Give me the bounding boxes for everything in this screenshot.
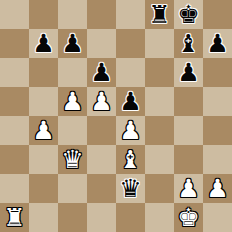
square-b6[interactable] bbox=[29, 58, 58, 87]
square-c4[interactable] bbox=[58, 116, 87, 145]
white-pawn[interactable]: ♟ bbox=[203, 174, 232, 203]
square-a6[interactable] bbox=[0, 58, 29, 87]
white-pawn[interactable]: ♟ bbox=[58, 87, 87, 116]
square-g8[interactable]: ♚ bbox=[174, 0, 203, 29]
square-b1[interactable] bbox=[29, 203, 58, 232]
square-e3[interactable]: ♝ bbox=[116, 145, 145, 174]
square-a3[interactable] bbox=[0, 145, 29, 174]
square-a1[interactable]: ♜ bbox=[0, 203, 29, 232]
square-e6[interactable] bbox=[116, 58, 145, 87]
square-a7[interactable] bbox=[0, 29, 29, 58]
black-queen[interactable]: ♛ bbox=[116, 174, 145, 203]
square-a5[interactable] bbox=[0, 87, 29, 116]
square-d3[interactable] bbox=[87, 145, 116, 174]
black-pawn[interactable]: ♟ bbox=[29, 29, 58, 58]
black-pawn[interactable]: ♟ bbox=[87, 58, 116, 87]
square-f2[interactable] bbox=[145, 174, 174, 203]
chess-board: ♜♚♟♟♝♟♟♟♟♟♟♟♟♛♝♛♟♟♜♚ bbox=[0, 0, 232, 232]
black-pawn[interactable]: ♟ bbox=[116, 87, 145, 116]
white-pawn[interactable]: ♟ bbox=[116, 116, 145, 145]
black-pawn[interactable]: ♟ bbox=[58, 29, 87, 58]
black-king[interactable]: ♚ bbox=[174, 0, 203, 29]
square-a8[interactable] bbox=[0, 0, 29, 29]
square-f5[interactable] bbox=[145, 87, 174, 116]
square-e8[interactable] bbox=[116, 0, 145, 29]
square-f3[interactable] bbox=[145, 145, 174, 174]
square-a4[interactable] bbox=[0, 116, 29, 145]
square-h2[interactable]: ♟ bbox=[203, 174, 232, 203]
square-h5[interactable] bbox=[203, 87, 232, 116]
square-b7[interactable]: ♟ bbox=[29, 29, 58, 58]
square-g1[interactable]: ♚ bbox=[174, 203, 203, 232]
white-queen[interactable]: ♛ bbox=[58, 145, 87, 174]
white-pawn[interactable]: ♟ bbox=[87, 87, 116, 116]
square-h7[interactable]: ♟ bbox=[203, 29, 232, 58]
square-b2[interactable] bbox=[29, 174, 58, 203]
square-e4[interactable]: ♟ bbox=[116, 116, 145, 145]
square-g3[interactable] bbox=[174, 145, 203, 174]
white-rook[interactable]: ♜ bbox=[0, 203, 29, 232]
square-h3[interactable] bbox=[203, 145, 232, 174]
square-b5[interactable] bbox=[29, 87, 58, 116]
square-f1[interactable] bbox=[145, 203, 174, 232]
square-c7[interactable]: ♟ bbox=[58, 29, 87, 58]
black-bishop[interactable]: ♝ bbox=[174, 29, 203, 58]
square-c2[interactable] bbox=[58, 174, 87, 203]
square-b4[interactable]: ♟ bbox=[29, 116, 58, 145]
square-f6[interactable] bbox=[145, 58, 174, 87]
square-d5[interactable]: ♟ bbox=[87, 87, 116, 116]
square-h6[interactable] bbox=[203, 58, 232, 87]
square-g2[interactable]: ♟ bbox=[174, 174, 203, 203]
square-d4[interactable] bbox=[87, 116, 116, 145]
square-d1[interactable] bbox=[87, 203, 116, 232]
square-c3[interactable]: ♛ bbox=[58, 145, 87, 174]
square-g6[interactable]: ♟ bbox=[174, 58, 203, 87]
square-e2[interactable]: ♛ bbox=[116, 174, 145, 203]
square-e7[interactable] bbox=[116, 29, 145, 58]
square-d7[interactable] bbox=[87, 29, 116, 58]
square-d6[interactable]: ♟ bbox=[87, 58, 116, 87]
square-g7[interactable]: ♝ bbox=[174, 29, 203, 58]
black-pawn[interactable]: ♟ bbox=[203, 29, 232, 58]
square-c5[interactable]: ♟ bbox=[58, 87, 87, 116]
black-pawn[interactable]: ♟ bbox=[174, 58, 203, 87]
square-c8[interactable] bbox=[58, 0, 87, 29]
square-h1[interactable] bbox=[203, 203, 232, 232]
square-h4[interactable] bbox=[203, 116, 232, 145]
square-b8[interactable] bbox=[29, 0, 58, 29]
square-a2[interactable] bbox=[0, 174, 29, 203]
black-rook[interactable]: ♜ bbox=[145, 0, 174, 29]
square-e5[interactable]: ♟ bbox=[116, 87, 145, 116]
square-c1[interactable] bbox=[58, 203, 87, 232]
square-e1[interactable] bbox=[116, 203, 145, 232]
square-f4[interactable] bbox=[145, 116, 174, 145]
white-king[interactable]: ♚ bbox=[174, 203, 203, 232]
square-f8[interactable]: ♜ bbox=[145, 0, 174, 29]
square-d2[interactable] bbox=[87, 174, 116, 203]
square-h8[interactable] bbox=[203, 0, 232, 29]
square-d8[interactable] bbox=[87, 0, 116, 29]
white-pawn[interactable]: ♟ bbox=[29, 116, 58, 145]
square-f7[interactable] bbox=[145, 29, 174, 58]
square-g5[interactable] bbox=[174, 87, 203, 116]
white-pawn[interactable]: ♟ bbox=[174, 174, 203, 203]
square-g4[interactable] bbox=[174, 116, 203, 145]
square-c6[interactable] bbox=[58, 58, 87, 87]
white-bishop[interactable]: ♝ bbox=[116, 145, 145, 174]
square-b3[interactable] bbox=[29, 145, 58, 174]
